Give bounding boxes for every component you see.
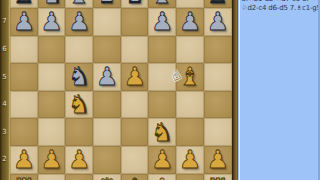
square-b4[interactable] (38, 91, 66, 119)
square-e8[interactable]: ♚ (121, 0, 149, 8)
piece-white-king-e1[interactable]: ♚ (121, 174, 149, 180)
square-d3[interactable] (93, 118, 121, 146)
piece-black-pawn-h7[interactable]: ♟ (204, 8, 232, 36)
piece-white-rook-h1[interactable]: ♜ (204, 174, 232, 180)
square-d5[interactable]: ♟ (93, 63, 121, 91)
square-h6[interactable] (204, 36, 232, 64)
chess-app-window: 87654321 ♜♞♝♛♚♝♜♟♟♟♟♟♟♞♟♟♝♞♞♟♟♟♟♟♟♜♛♚♝♜ … (0, 0, 320, 180)
move-list-panel[interactable]: 5.♘b1-d2 ♘d7-c5 6. ♘d2-c4 d6-d5 7.♗c1-g5 (239, 0, 320, 180)
square-g6[interactable] (176, 36, 204, 64)
square-f4[interactable] (148, 91, 176, 119)
square-d1[interactable]: ♛ (93, 174, 121, 180)
square-d4[interactable] (93, 91, 121, 119)
rank-label-2: 2 (0, 155, 9, 164)
square-a5[interactable] (10, 63, 38, 91)
piece-black-pawn-a7[interactable]: ♟ (10, 8, 38, 36)
square-a7[interactable]: ♟ (10, 8, 38, 36)
square-e5[interactable]: ♟ (121, 63, 149, 91)
square-c7[interactable]: ♟ (65, 8, 93, 36)
rank-label-7: 7 (0, 17, 9, 26)
square-b2[interactable]: ♟ (38, 146, 66, 174)
square-a2[interactable]: ♟ (10, 146, 38, 174)
square-f2[interactable]: ♟ (148, 146, 176, 174)
piece-black-knight-c5[interactable]: ♞ (65, 63, 93, 91)
square-b6[interactable] (38, 36, 66, 64)
rank-label-3: 3 (0, 128, 9, 137)
rank-label-5: 5 (0, 73, 9, 82)
square-d6[interactable] (93, 36, 121, 64)
square-d2[interactable] (93, 146, 121, 174)
square-g2[interactable]: ♟ (176, 146, 204, 174)
square-a1[interactable]: ♜ (10, 174, 38, 180)
piece-white-pawn-a2[interactable]: ♟ (10, 146, 38, 174)
square-e2[interactable] (121, 146, 149, 174)
square-a3[interactable] (10, 118, 38, 146)
piece-white-rook-a1[interactable]: ♜ (10, 174, 38, 180)
square-b3[interactable] (38, 118, 66, 146)
square-h3[interactable] (204, 118, 232, 146)
square-g1[interactable] (176, 174, 204, 180)
board-frame-right (232, 0, 239, 180)
move-list-line-2-text: ♘d2-c4 d6-d5 7.♗c1-g5 (242, 4, 320, 12)
square-c6[interactable] (65, 36, 93, 64)
piece-black-king-e8[interactable]: ♚ (121, 0, 149, 8)
move-list-line-2: ♘d2-c4 d6-d5 7.♗c1-g5 (242, 4, 320, 12)
square-h7[interactable]: ♟ (204, 8, 232, 36)
piece-black-pawn-c7[interactable]: ♟ (65, 8, 93, 36)
square-g4[interactable] (176, 91, 204, 119)
square-a6[interactable] (10, 36, 38, 64)
piece-white-pawn-g2[interactable]: ♟ (176, 146, 204, 174)
piece-white-pawn-f2[interactable]: ♟ (148, 146, 176, 174)
rank-label-4: 4 (0, 100, 9, 109)
square-f3[interactable]: ♞ (148, 118, 176, 146)
square-b7[interactable]: ♟ (38, 8, 66, 36)
square-h5[interactable] (204, 63, 232, 91)
square-h1[interactable]: ♜ (204, 174, 232, 180)
square-c1[interactable] (65, 174, 93, 180)
square-e6[interactable] (121, 36, 149, 64)
square-e4[interactable] (121, 91, 149, 119)
chess-board[interactable]: ♜♞♝♛♚♝♜♟♟♟♟♟♟♞♟♟♝♞♞♟♟♟♟♟♟♜♛♚♝♜ (10, 0, 232, 180)
piece-white-queen-d1[interactable]: ♛ (93, 174, 121, 180)
square-e7[interactable] (121, 8, 149, 36)
piece-black-pawn-f7[interactable]: ♟ (148, 8, 176, 36)
square-g7[interactable]: ♟ (176, 8, 204, 36)
piece-black-pawn-b7[interactable]: ♟ (38, 8, 66, 36)
square-c5[interactable]: ♞ (65, 63, 93, 91)
square-e1[interactable]: ♚ (121, 174, 149, 180)
board-frame-left: 87654321 (0, 0, 10, 180)
piece-white-knight-c4[interactable]: ♞ (65, 91, 93, 119)
square-c2[interactable]: ♟ (65, 146, 93, 174)
square-d8[interactable]: ♛ (93, 0, 121, 8)
square-c4[interactable]: ♞ (65, 91, 93, 119)
rank-label-6: 6 (0, 45, 9, 54)
piece-black-pawn-g7[interactable]: ♟ (176, 8, 204, 36)
square-f1[interactable]: ♝ (148, 174, 176, 180)
piece-white-pawn-b2[interactable]: ♟ (38, 146, 66, 174)
piece-black-pawn-d5[interactable]: ♟ (93, 63, 121, 91)
move-list-line-1: 5.♘b1-d2 ♘d7-c5 6. (242, 0, 320, 3)
piece-white-bishop-f1[interactable]: ♝ (148, 174, 176, 180)
piece-white-pawn-e5[interactable]: ♟ (121, 63, 149, 91)
square-f6[interactable] (148, 36, 176, 64)
square-f7[interactable]: ♟ (148, 8, 176, 36)
square-a4[interactable] (10, 91, 38, 119)
square-e3[interactable] (121, 118, 149, 146)
square-b5[interactable] (38, 63, 66, 91)
piece-black-queen-d8[interactable]: ♛ (93, 0, 121, 8)
piece-white-pawn-c2[interactable]: ♟ (65, 146, 93, 174)
square-g3[interactable] (176, 118, 204, 146)
piece-white-pawn-h2[interactable]: ♟ (204, 146, 232, 174)
square-h2[interactable]: ♟ (204, 146, 232, 174)
square-c3[interactable] (65, 118, 93, 146)
piece-white-knight-f3[interactable]: ♞ (148, 118, 176, 146)
square-h4[interactable] (204, 91, 232, 119)
square-d7[interactable] (93, 8, 121, 36)
square-b1[interactable] (38, 174, 66, 180)
